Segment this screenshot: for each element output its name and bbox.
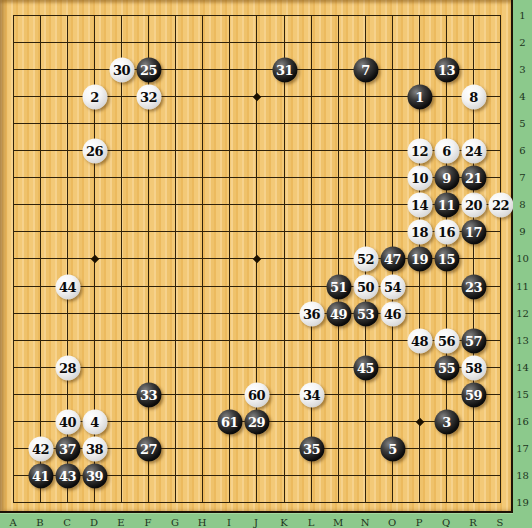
- stone-2[interactable]: 2: [82, 84, 107, 109]
- stone-number: 59: [465, 388, 482, 401]
- row-label-18: 18: [516, 470, 529, 481]
- grid-line: [13, 42, 501, 43]
- column-label-A: A: [9, 516, 16, 527]
- stone-number: 60: [248, 388, 265, 401]
- stone-39[interactable]: 39: [82, 463, 107, 488]
- stone-number: 33: [140, 388, 157, 401]
- stone-23[interactable]: 23: [461, 274, 486, 299]
- grid-line: [500, 15, 501, 503]
- row-label-17: 17: [516, 443, 529, 454]
- grid-line: [13, 502, 501, 503]
- row-label-12: 12: [516, 308, 529, 319]
- stone-19[interactable]: 19: [407, 246, 432, 271]
- stone-number: 25: [140, 63, 157, 76]
- stone-number: 37: [59, 442, 76, 455]
- stone-17[interactable]: 17: [461, 219, 486, 244]
- stone-number: 2: [90, 90, 99, 103]
- star-point: [90, 254, 98, 262]
- stone-38[interactable]: 38: [82, 436, 107, 461]
- stone-number: 6: [442, 144, 451, 157]
- stone-number: 23: [465, 280, 482, 293]
- stone-45[interactable]: 45: [353, 355, 378, 380]
- grid-line: [311, 15, 312, 503]
- star-point: [415, 417, 423, 425]
- stone-number: 32: [140, 90, 157, 103]
- stone-61[interactable]: 61: [217, 409, 242, 434]
- stone-32[interactable]: 32: [136, 84, 161, 109]
- grid-line: [13, 123, 501, 124]
- stone-number: 27: [140, 442, 157, 455]
- column-label-M: M: [333, 516, 343, 527]
- column-label-F: F: [145, 516, 152, 527]
- column-label-L: L: [308, 516, 315, 527]
- grid-line: [175, 15, 176, 503]
- grid-line: [284, 15, 285, 503]
- stone-number: 41: [32, 469, 49, 482]
- stone-25[interactable]: 25: [136, 57, 161, 82]
- stone-number: 5: [388, 442, 397, 455]
- stone-37[interactable]: 37: [55, 436, 80, 461]
- stone-7[interactable]: 7: [353, 57, 378, 82]
- stone-number: 14: [411, 198, 428, 211]
- stone-number: 57: [465, 334, 482, 347]
- stone-5[interactable]: 5: [380, 436, 405, 461]
- column-label-I: I: [227, 516, 231, 527]
- stone-28[interactable]: 28: [55, 355, 80, 380]
- stone-number: 16: [438, 225, 455, 238]
- stone-number: 42: [32, 442, 49, 455]
- stone-number: 35: [303, 442, 320, 455]
- stone-50[interactable]: 50: [353, 274, 378, 299]
- row-label-1: 1: [519, 10, 525, 21]
- row-label-14: 14: [516, 362, 529, 373]
- column-label-J: J: [254, 516, 258, 527]
- row-label-10: 10: [516, 253, 529, 264]
- stone-24[interactable]: 24: [461, 138, 486, 163]
- column-label-N: N: [361, 516, 370, 527]
- stone-number: 49: [330, 307, 347, 320]
- stone-31[interactable]: 31: [272, 57, 297, 82]
- stone-42[interactable]: 42: [28, 436, 53, 461]
- stone-number: 17: [465, 225, 482, 238]
- stone-27[interactable]: 27: [136, 436, 161, 461]
- row-label-9: 9: [519, 226, 525, 237]
- stone-number: 29: [248, 415, 265, 428]
- stone-43[interactable]: 43: [55, 463, 80, 488]
- column-label-O: O: [388, 516, 396, 527]
- column-label-strip: ABCDEFGHIJKLMNOPQRS: [0, 513, 513, 528]
- stone-29[interactable]: 29: [244, 409, 269, 434]
- row-label-15: 15: [516, 389, 529, 400]
- column-label-H: H: [198, 516, 207, 527]
- stone-16[interactable]: 16: [434, 219, 459, 244]
- grid-line: [13, 286, 501, 287]
- stone-number: 18: [411, 225, 428, 238]
- stone-number: 47: [384, 252, 401, 265]
- stone-26[interactable]: 26: [82, 138, 107, 163]
- stone-35[interactable]: 35: [299, 436, 324, 461]
- stone-number: 24: [465, 144, 482, 157]
- row-label-16: 16: [516, 416, 529, 427]
- stone-number: 12: [411, 144, 428, 157]
- row-label-3: 3: [519, 64, 525, 75]
- row-label-4: 4: [519, 91, 525, 102]
- stone-number: 51: [330, 280, 347, 293]
- stone-40[interactable]: 40: [55, 409, 80, 434]
- stone-12[interactable]: 12: [407, 138, 432, 163]
- grid-line: [13, 313, 501, 314]
- star-point: [252, 254, 260, 262]
- stone-number: 21: [465, 171, 482, 184]
- stone-8[interactable]: 8: [461, 84, 486, 109]
- grid-line: [13, 15, 501, 16]
- stone-21[interactable]: 21: [461, 165, 486, 190]
- stone-number: 10: [411, 171, 428, 184]
- stone-number: 4: [90, 415, 99, 428]
- stone-10[interactable]: 10: [407, 165, 432, 190]
- row-label-11: 11: [516, 281, 529, 292]
- stone-33[interactable]: 33: [136, 382, 161, 407]
- stone-number: 40: [59, 415, 76, 428]
- stone-55[interactable]: 55: [434, 355, 459, 380]
- stone-number: 54: [384, 280, 401, 293]
- stone-number: 61: [221, 415, 238, 428]
- stone-number: 45: [357, 361, 374, 374]
- stone-11[interactable]: 11: [434, 192, 459, 217]
- stone-6[interactable]: 6: [434, 138, 459, 163]
- stone-13[interactable]: 13: [434, 57, 459, 82]
- column-label-B: B: [36, 516, 43, 527]
- stone-48[interactable]: 48: [407, 328, 432, 353]
- stone-46[interactable]: 46: [380, 301, 405, 326]
- grid-line: [121, 15, 122, 503]
- stone-number: 58: [465, 361, 482, 374]
- stone-number: 19: [411, 252, 428, 265]
- stone-number: 38: [86, 442, 103, 455]
- stone-number: 43: [59, 469, 76, 482]
- stone-15[interactable]: 15: [434, 246, 459, 271]
- stone-34[interactable]: 34: [299, 382, 324, 407]
- row-label-8: 8: [519, 199, 525, 210]
- column-label-P: P: [416, 516, 423, 527]
- column-label-K: K: [280, 516, 287, 527]
- stone-number: 3: [442, 415, 451, 428]
- stone-number: 13: [438, 63, 455, 76]
- stone-58[interactable]: 58: [461, 355, 486, 380]
- column-label-E: E: [117, 516, 124, 527]
- stone-number: 15: [438, 252, 455, 265]
- grid-line: [338, 15, 339, 503]
- go-board-diagram: 1234567891011121314151617181920212223242…: [0, 0, 532, 528]
- row-label-13: 13: [516, 335, 529, 346]
- stone-number: 50: [357, 280, 374, 293]
- stone-59[interactable]: 59: [461, 382, 486, 407]
- stone-number: 36: [303, 307, 320, 320]
- stone-number: 26: [86, 144, 103, 157]
- stone-number: 31: [276, 63, 293, 76]
- column-label-S: S: [497, 516, 504, 527]
- column-label-Q: Q: [442, 516, 450, 527]
- grid-line: [40, 15, 41, 503]
- stone-number: 55: [438, 361, 455, 374]
- stone-56[interactable]: 56: [434, 328, 459, 353]
- stone-53[interactable]: 53: [353, 301, 378, 326]
- stone-number: 56: [438, 334, 455, 347]
- stone-4[interactable]: 4: [82, 409, 107, 434]
- stone-1[interactable]: 1: [407, 84, 432, 109]
- row-label-6: 6: [519, 145, 525, 156]
- stone-60[interactable]: 60: [244, 382, 269, 407]
- stone-30[interactable]: 30: [109, 57, 134, 82]
- stone-number: 52: [357, 252, 374, 265]
- stone-51[interactable]: 51: [326, 274, 351, 299]
- stone-20[interactable]: 20: [461, 192, 486, 217]
- stone-54[interactable]: 54: [380, 274, 405, 299]
- row-label-2: 2: [519, 37, 525, 48]
- star-point: [252, 92, 260, 100]
- stone-52[interactable]: 52: [353, 246, 378, 271]
- stone-49[interactable]: 49: [326, 301, 351, 326]
- row-label-strip: 12345678910111213141516171819: [513, 0, 532, 528]
- stone-number: 46: [384, 307, 401, 320]
- grid-line: [13, 367, 501, 368]
- stone-number: 34: [303, 388, 320, 401]
- stone-number: 11: [438, 198, 455, 211]
- stone-44[interactable]: 44: [55, 274, 80, 299]
- stone-number: 8: [469, 90, 478, 103]
- stone-3[interactable]: 3: [434, 409, 459, 434]
- stone-number: 28: [59, 361, 76, 374]
- column-label-R: R: [469, 516, 477, 527]
- stone-22[interactable]: 22: [488, 192, 513, 217]
- stone-number: 1: [415, 90, 424, 103]
- grid-line: [13, 15, 14, 503]
- row-label-7: 7: [519, 172, 525, 183]
- stone-9[interactable]: 9: [434, 165, 459, 190]
- stone-number: 39: [86, 469, 103, 482]
- stone-57[interactable]: 57: [461, 328, 486, 353]
- stone-18[interactable]: 18: [407, 219, 432, 244]
- grid-line: [13, 69, 501, 70]
- column-label-D: D: [90, 516, 98, 527]
- stone-36[interactable]: 36: [299, 301, 324, 326]
- stone-number: 20: [465, 198, 482, 211]
- row-label-19: 19: [516, 497, 529, 508]
- stone-number: 53: [357, 307, 374, 320]
- column-label-G: G: [171, 516, 179, 527]
- stone-number: 9: [442, 171, 451, 184]
- grid-line: [202, 15, 203, 503]
- stone-41[interactable]: 41: [28, 463, 53, 488]
- row-label-5: 5: [519, 118, 525, 129]
- stone-number: 44: [59, 280, 76, 293]
- stone-number: 30: [113, 63, 130, 76]
- stone-14[interactable]: 14: [407, 192, 432, 217]
- stone-number: 48: [411, 334, 428, 347]
- go-board[interactable]: 1234567891011121314151617181920212223242…: [0, 0, 513, 513]
- stone-number: 22: [492, 198, 509, 211]
- stone-47[interactable]: 47: [380, 246, 405, 271]
- stone-number: 7: [361, 63, 370, 76]
- column-label-C: C: [63, 516, 71, 527]
